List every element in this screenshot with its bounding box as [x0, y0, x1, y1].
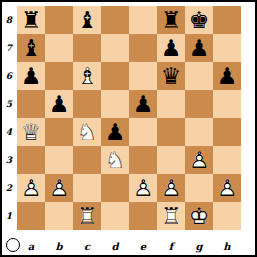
file-label-a: a — [17, 238, 45, 254]
square-d8[interactable] — [101, 6, 129, 34]
square-b5[interactable]: ♟ — [45, 90, 73, 118]
square-c3[interactable] — [73, 146, 101, 174]
white-rook-f1: ♜♖ — [157, 202, 185, 230]
square-b8[interactable] — [45, 6, 73, 34]
square-a3[interactable] — [17, 146, 45, 174]
file-label-b: b — [45, 238, 73, 254]
square-f4[interactable] — [157, 118, 185, 146]
white-pawn-f2: ♟♙ — [157, 174, 185, 202]
square-f3[interactable] — [157, 146, 185, 174]
square-f2[interactable]: ♟♙ — [157, 174, 185, 202]
square-d1[interactable] — [101, 202, 129, 230]
square-f5[interactable] — [157, 90, 185, 118]
square-f8[interactable]: ♜ — [157, 6, 185, 34]
square-e4[interactable] — [129, 118, 157, 146]
square-e1[interactable] — [129, 202, 157, 230]
square-h8[interactable] — [213, 6, 241, 34]
square-b7[interactable] — [45, 34, 73, 62]
file-label-h: h — [213, 238, 241, 254]
square-f7[interactable]: ♟ — [157, 34, 185, 62]
square-e5[interactable]: ♟ — [129, 90, 157, 118]
square-a4[interactable]: ♛♕ — [17, 118, 45, 146]
rank-label-8: 8 — [2, 6, 16, 34]
square-d6[interactable] — [101, 62, 129, 90]
white-pawn-b2: ♟♙ — [45, 174, 73, 202]
black-rook-f8: ♜ — [157, 6, 185, 34]
square-b1[interactable] — [45, 202, 73, 230]
white-king-g1: ♚♔ — [185, 202, 213, 230]
black-queen-f6: ♛ — [157, 62, 185, 90]
black-pawn-f7: ♟ — [157, 34, 185, 62]
rank-label-1: 1 — [2, 202, 16, 230]
black-pawn-g7: ♟ — [185, 34, 213, 62]
square-e8[interactable] — [129, 6, 157, 34]
square-a6[interactable]: ♟ — [17, 62, 45, 90]
white-bishop-c6: ♝♗ — [73, 62, 101, 90]
file-label-c: c — [73, 238, 101, 254]
file-label-g: g — [185, 238, 213, 254]
square-c4[interactable]: ♞♘ — [73, 118, 101, 146]
square-d3[interactable]: ♞♘ — [101, 146, 129, 174]
black-pawn-d4: ♟ — [101, 118, 129, 146]
rank-label-4: 4 — [2, 118, 16, 146]
square-d2[interactable] — [101, 174, 129, 202]
square-f6[interactable]: ♛ — [157, 62, 185, 90]
white-knight-c4: ♞♘ — [73, 118, 101, 146]
file-label-d: d — [101, 238, 129, 254]
chess-diagram: ♜♝♜♚♝♟♟♟♝♗♛♟♟♟♛♕♞♘♟♞♘♟♙♟♙♟♙♟♙♟♙♟♙♜♖♜♖♚♔ … — [0, 0, 257, 257]
file-label-f: f — [157, 238, 185, 254]
square-c7[interactable] — [73, 34, 101, 62]
rank-label-7: 7 — [2, 34, 16, 62]
rank-label-5: 5 — [2, 90, 16, 118]
white-rook-c1: ♜♖ — [73, 202, 101, 230]
white-queen-a4: ♛♕ — [17, 118, 45, 146]
square-f1[interactable]: ♜♖ — [157, 202, 185, 230]
black-bishop-a7: ♝ — [17, 34, 45, 62]
square-g7[interactable]: ♟ — [185, 34, 213, 62]
white-pawn-h2: ♟♙ — [213, 174, 241, 202]
square-h1[interactable] — [213, 202, 241, 230]
white-to-move-indicator — [6, 238, 20, 252]
square-e2[interactable]: ♟♙ — [129, 174, 157, 202]
square-h7[interactable] — [213, 34, 241, 62]
square-h6[interactable]: ♟ — [213, 62, 241, 90]
square-g8[interactable]: ♚ — [185, 6, 213, 34]
rank-label-3: 3 — [2, 146, 16, 174]
square-h2[interactable]: ♟♙ — [213, 174, 241, 202]
square-g6[interactable] — [185, 62, 213, 90]
rank-label-2: 2 — [2, 174, 16, 202]
square-c1[interactable]: ♜♖ — [73, 202, 101, 230]
white-pawn-g3: ♟♙ — [185, 146, 213, 174]
black-pawn-h6: ♟ — [213, 62, 241, 90]
square-g1[interactable]: ♚♔ — [185, 202, 213, 230]
square-h4[interactable] — [213, 118, 241, 146]
black-bishop-c8: ♝ — [73, 6, 101, 34]
square-e7[interactable] — [129, 34, 157, 62]
square-e3[interactable] — [129, 146, 157, 174]
square-g3[interactable]: ♟♙ — [185, 146, 213, 174]
square-g2[interactable] — [185, 174, 213, 202]
square-a1[interactable] — [17, 202, 45, 230]
square-c6[interactable]: ♝♗ — [73, 62, 101, 90]
white-pawn-a2: ♟♙ — [17, 174, 45, 202]
black-rook-a8: ♜ — [17, 6, 45, 34]
square-b6[interactable] — [45, 62, 73, 90]
square-d7[interactable] — [101, 34, 129, 62]
square-a7[interactable]: ♝ — [17, 34, 45, 62]
black-pawn-e5: ♟ — [129, 90, 157, 118]
black-pawn-a6: ♟ — [17, 62, 45, 90]
square-d4[interactable]: ♟ — [101, 118, 129, 146]
square-g5[interactable] — [185, 90, 213, 118]
square-c2[interactable] — [73, 174, 101, 202]
square-h5[interactable] — [213, 90, 241, 118]
square-a5[interactable] — [17, 90, 45, 118]
rank-label-6: 6 — [2, 62, 16, 90]
square-b4[interactable] — [45, 118, 73, 146]
square-h3[interactable] — [213, 146, 241, 174]
square-b2[interactable]: ♟♙ — [45, 174, 73, 202]
square-g4[interactable] — [185, 118, 213, 146]
square-d5[interactable] — [101, 90, 129, 118]
square-c8[interactable]: ♝ — [73, 6, 101, 34]
chess-board: ♜♝♜♚♝♟♟♟♝♗♛♟♟♟♛♕♞♘♟♞♘♟♙♟♙♟♙♟♙♟♙♟♙♜♖♜♖♚♔ — [17, 6, 241, 230]
white-pawn-e2: ♟♙ — [129, 174, 157, 202]
black-pawn-b5: ♟ — [45, 90, 73, 118]
square-a2[interactable]: ♟♙ — [17, 174, 45, 202]
file-label-e: e — [129, 238, 157, 254]
square-b3[interactable] — [45, 146, 73, 174]
black-king-g8: ♚ — [185, 6, 213, 34]
square-a8[interactable]: ♜ — [17, 6, 45, 34]
white-knight-d3: ♞♘ — [101, 146, 129, 174]
square-e6[interactable] — [129, 62, 157, 90]
square-c5[interactable] — [73, 90, 101, 118]
